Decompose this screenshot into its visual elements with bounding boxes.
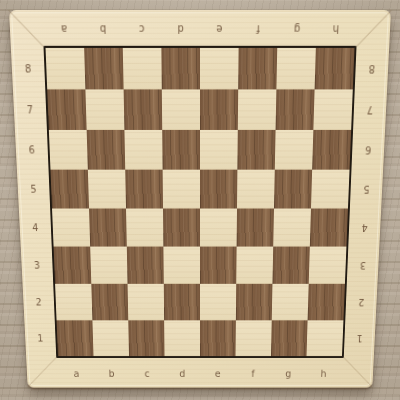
file-label-top-b: b: [83, 15, 123, 43]
square-f1[interactable]: [235, 320, 271, 356]
square-h3[interactable]: [309, 247, 347, 284]
square-a8[interactable]: [46, 48, 86, 89]
square-g5[interactable]: [274, 170, 312, 209]
file-label-top-h: h: [316, 15, 356, 43]
square-c8[interactable]: [123, 48, 162, 89]
square-f7[interactable]: [238, 89, 277, 130]
rank-label-left-2: 2: [24, 284, 52, 321]
square-f4[interactable]: [237, 209, 274, 247]
rank-label-right-1: 1: [346, 320, 374, 356]
rank-label-left-5: 5: [19, 170, 48, 209]
square-d4[interactable]: [163, 209, 200, 247]
file-label-bottom-g: g: [270, 362, 306, 385]
file-label-bottom-f: f: [235, 362, 271, 385]
square-a5[interactable]: [50, 170, 89, 209]
file-label-top-d: d: [161, 15, 200, 43]
file-label-top-e: e: [200, 15, 239, 43]
rank-label-left-8: 8: [13, 48, 43, 89]
square-d8[interactable]: [161, 48, 200, 89]
rank-label-left-3: 3: [23, 247, 52, 284]
file-label-bottom-h: h: [306, 362, 342, 385]
file-label-top-g: g: [277, 15, 317, 43]
square-b8[interactable]: [84, 48, 123, 89]
rank-label-left-4: 4: [21, 209, 50, 247]
frame-miter-seam: [8, 10, 43, 47]
square-a4[interactable]: [52, 209, 90, 247]
square-g3[interactable]: [272, 247, 309, 284]
square-d2[interactable]: [164, 284, 200, 321]
square-e6[interactable]: [200, 130, 238, 170]
rank-label-left-6: 6: [17, 130, 47, 170]
rank-label-right-4: 4: [350, 209, 379, 247]
frame-miter-seam: [27, 357, 56, 388]
file-labels-top: abcdefgh: [44, 15, 356, 43]
rank-label-right-2: 2: [347, 284, 375, 321]
square-h6[interactable]: [312, 130, 351, 170]
square-g1[interactable]: [271, 320, 308, 356]
square-g6[interactable]: [275, 130, 314, 170]
rank-label-left-1: 1: [26, 320, 54, 356]
square-d7[interactable]: [162, 89, 200, 130]
square-f8[interactable]: [238, 48, 277, 89]
square-h4[interactable]: [310, 209, 348, 247]
square-b4[interactable]: [89, 209, 127, 247]
square-e7[interactable]: [200, 89, 238, 130]
square-c5[interactable]: [125, 170, 163, 209]
square-b7[interactable]: [85, 89, 124, 130]
square-a1[interactable]: [57, 320, 94, 356]
square-g8[interactable]: [276, 48, 315, 89]
rank-label-right-7: 7: [355, 89, 385, 130]
square-d3[interactable]: [163, 247, 200, 284]
square-h7[interactable]: [313, 89, 352, 130]
square-h8[interactable]: [315, 48, 355, 89]
file-label-bottom-c: c: [129, 362, 165, 385]
square-h5[interactable]: [311, 170, 350, 209]
square-h1[interactable]: [306, 320, 343, 356]
frame-miter-seam: [343, 357, 372, 388]
file-label-bottom-b: b: [94, 362, 130, 385]
square-c7[interactable]: [124, 89, 163, 130]
square-c6[interactable]: [124, 130, 162, 170]
square-e3[interactable]: [200, 247, 237, 284]
square-c3[interactable]: [127, 247, 164, 284]
square-g7[interactable]: [276, 89, 315, 130]
square-h2[interactable]: [308, 284, 345, 321]
chess-board: abcdefgh abcdefgh 87654321 87654321: [9, 10, 391, 388]
square-e2[interactable]: [200, 284, 236, 321]
square-a3[interactable]: [54, 247, 92, 284]
rank-label-right-6: 6: [353, 130, 383, 170]
rank-label-right-3: 3: [349, 247, 378, 284]
square-b3[interactable]: [90, 247, 127, 284]
square-c2[interactable]: [128, 284, 165, 321]
square-c4[interactable]: [126, 209, 163, 247]
square-f2[interactable]: [236, 284, 273, 321]
frame-miter-seam: [356, 10, 391, 47]
square-b2[interactable]: [91, 284, 128, 321]
square-f5[interactable]: [237, 170, 275, 209]
file-label-bottom-e: e: [200, 362, 235, 385]
square-e1[interactable]: [200, 320, 236, 356]
square-d6[interactable]: [162, 130, 200, 170]
square-g2[interactable]: [272, 284, 309, 321]
square-g4[interactable]: [273, 209, 311, 247]
file-label-bottom-a: a: [58, 362, 94, 385]
square-d1[interactable]: [164, 320, 200, 356]
square-f6[interactable]: [237, 130, 275, 170]
square-a7[interactable]: [47, 89, 86, 130]
square-c1[interactable]: [128, 320, 164, 356]
rank-label-right-8: 8: [357, 48, 387, 89]
file-label-top-c: c: [122, 15, 161, 43]
rank-label-left-7: 7: [15, 89, 45, 130]
file-label-top-a: a: [44, 15, 84, 43]
square-b5[interactable]: [88, 170, 126, 209]
square-b6[interactable]: [87, 130, 126, 170]
playing-area: [43, 46, 356, 358]
square-a2[interactable]: [55, 284, 92, 321]
file-label-bottom-d: d: [165, 362, 200, 385]
square-e5[interactable]: [200, 170, 237, 209]
square-e4[interactable]: [200, 209, 237, 247]
file-labels-bottom: abcdefgh: [58, 362, 342, 385]
square-b1[interactable]: [92, 320, 129, 356]
square-e8[interactable]: [200, 48, 239, 89]
square-d5[interactable]: [163, 170, 200, 209]
file-label-top-f: f: [239, 15, 278, 43]
square-a6[interactable]: [49, 130, 88, 170]
rank-label-right-5: 5: [352, 170, 381, 209]
square-f3[interactable]: [236, 247, 273, 284]
